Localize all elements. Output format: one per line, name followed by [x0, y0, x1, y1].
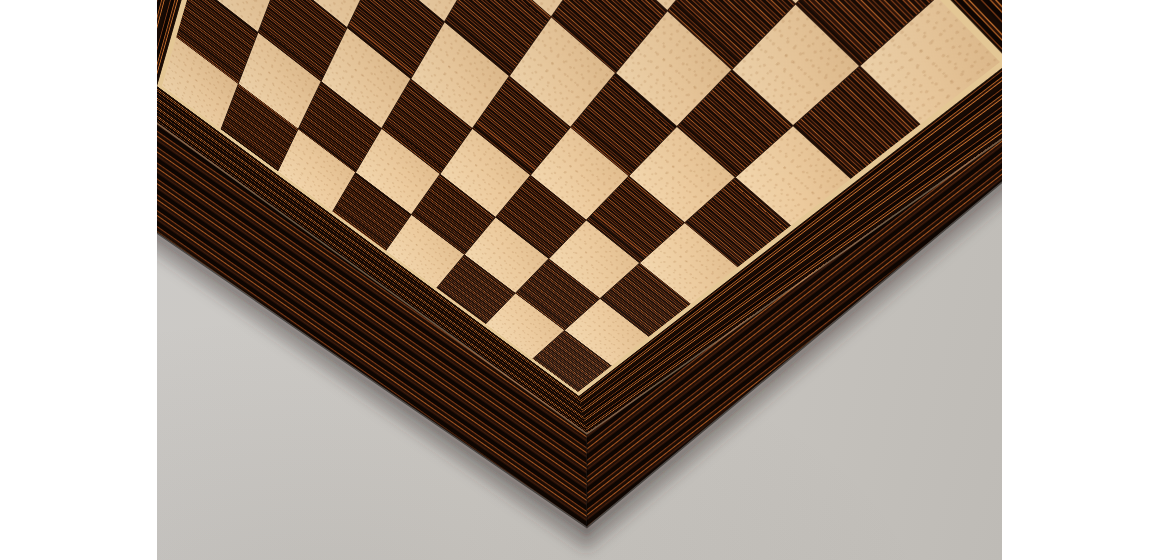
left-white-margin	[0, 0, 157, 560]
studio-scene	[157, 0, 1002, 560]
photo-canvas	[0, 0, 1158, 560]
right-white-margin	[1002, 0, 1158, 560]
